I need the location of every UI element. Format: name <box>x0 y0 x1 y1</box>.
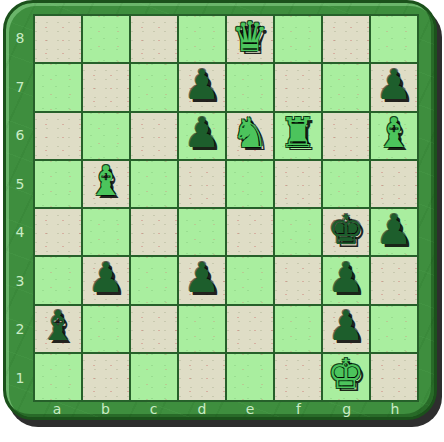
piece-black-pawn[interactable]: ♟ <box>376 210 413 251</box>
square-d6[interactable]: ♟ <box>179 113 225 159</box>
square-d7[interactable]: ♟ <box>179 64 225 110</box>
square-a3[interactable] <box>35 257 81 303</box>
square-b5[interactable]: ♝ <box>83 161 129 207</box>
square-a7[interactable] <box>35 64 81 110</box>
square-d2[interactable] <box>179 306 225 352</box>
square-a4[interactable] <box>35 209 81 255</box>
square-f3[interactable] <box>275 257 321 303</box>
square-e8[interactable]: ♛ <box>227 16 273 62</box>
square-g4[interactable]: ♚ <box>323 209 369 255</box>
square-e3[interactable] <box>227 257 273 303</box>
piece-black-king[interactable]: ♚ <box>328 210 365 251</box>
square-b6[interactable] <box>83 113 129 159</box>
square-g6[interactable] <box>323 113 369 159</box>
square-a6[interactable] <box>35 113 81 159</box>
file-label-f: f <box>274 400 322 418</box>
chessboard-app: 87654321 ♛♟♟♟♞♜♝♝♚♟♟♟♟♝♟♚ abcdefgh <box>0 0 444 442</box>
file-labels: abcdefgh <box>33 400 419 418</box>
square-e7[interactable] <box>227 64 273 110</box>
square-c2[interactable] <box>131 306 177 352</box>
square-f5[interactable] <box>275 161 321 207</box>
file-label-d: d <box>178 400 226 418</box>
square-e1[interactable] <box>227 354 273 400</box>
rank-label-1: 1 <box>8 354 32 403</box>
square-e2[interactable] <box>227 306 273 352</box>
rank-labels: 87654321 <box>8 14 32 402</box>
square-c6[interactable] <box>131 113 177 159</box>
chess-board: ♛♟♟♟♞♜♝♝♚♟♟♟♟♝♟♚ <box>33 14 419 402</box>
square-c7[interactable] <box>131 64 177 110</box>
file-label-c: c <box>130 400 178 418</box>
piece-black-pawn[interactable]: ♟ <box>184 113 221 154</box>
piece-white-knight[interactable]: ♞ <box>232 113 269 154</box>
square-b8[interactable] <box>83 16 129 62</box>
square-d8[interactable] <box>179 16 225 62</box>
file-label-g: g <box>323 400 371 418</box>
rank-label-8: 8 <box>8 14 32 63</box>
square-f8[interactable] <box>275 16 321 62</box>
piece-white-bishop[interactable]: ♝ <box>88 161 125 202</box>
square-d5[interactable] <box>179 161 225 207</box>
square-f1[interactable] <box>275 354 321 400</box>
square-h2[interactable] <box>371 306 417 352</box>
file-label-e: e <box>226 400 274 418</box>
piece-white-bishop[interactable]: ♝ <box>376 113 413 154</box>
rank-label-5: 5 <box>8 160 32 209</box>
square-c3[interactable] <box>131 257 177 303</box>
square-g5[interactable] <box>323 161 369 207</box>
square-d3[interactable]: ♟ <box>179 257 225 303</box>
square-e4[interactable] <box>227 209 273 255</box>
square-g8[interactable] <box>323 16 369 62</box>
piece-black-bishop[interactable]: ♝ <box>40 306 77 347</box>
square-g3[interactable]: ♟ <box>323 257 369 303</box>
square-h6[interactable]: ♝ <box>371 113 417 159</box>
square-h8[interactable] <box>371 16 417 62</box>
square-c1[interactable] <box>131 354 177 400</box>
square-f4[interactable] <box>275 209 321 255</box>
square-g2[interactable]: ♟ <box>323 306 369 352</box>
square-b4[interactable] <box>83 209 129 255</box>
square-c5[interactable] <box>131 161 177 207</box>
square-g7[interactable] <box>323 64 369 110</box>
rank-label-7: 7 <box>8 63 32 112</box>
piece-black-pawn[interactable]: ♟ <box>328 258 365 299</box>
square-f2[interactable] <box>275 306 321 352</box>
square-c8[interactable] <box>131 16 177 62</box>
file-label-h: h <box>371 400 419 418</box>
square-g1[interactable]: ♚ <box>323 354 369 400</box>
square-d4[interactable] <box>179 209 225 255</box>
square-a5[interactable] <box>35 161 81 207</box>
file-label-b: b <box>81 400 129 418</box>
piece-black-pawn[interactable]: ♟ <box>184 258 221 299</box>
square-e5[interactable] <box>227 161 273 207</box>
square-c4[interactable] <box>131 209 177 255</box>
square-b1[interactable] <box>83 354 129 400</box>
piece-white-king[interactable]: ♚ <box>328 354 365 395</box>
rank-label-3: 3 <box>8 257 32 306</box>
square-a2[interactable]: ♝ <box>35 306 81 352</box>
piece-black-pawn[interactable]: ♟ <box>184 65 221 106</box>
square-b2[interactable] <box>83 306 129 352</box>
square-h4[interactable]: ♟ <box>371 209 417 255</box>
file-label-a: a <box>33 400 81 418</box>
square-f6[interactable]: ♜ <box>275 113 321 159</box>
rank-label-4: 4 <box>8 208 32 257</box>
square-h3[interactable] <box>371 257 417 303</box>
piece-black-pawn[interactable]: ♟ <box>88 258 125 299</box>
piece-black-pawn[interactable]: ♟ <box>376 65 413 106</box>
rank-label-2: 2 <box>8 305 32 354</box>
square-h1[interactable] <box>371 354 417 400</box>
square-h7[interactable]: ♟ <box>371 64 417 110</box>
square-h5[interactable] <box>371 161 417 207</box>
square-d1[interactable] <box>179 354 225 400</box>
square-f7[interactable] <box>275 64 321 110</box>
square-e6[interactable]: ♞ <box>227 113 273 159</box>
piece-white-rook[interactable]: ♜ <box>280 113 317 154</box>
square-a1[interactable] <box>35 354 81 400</box>
piece-black-pawn[interactable]: ♟ <box>328 306 365 347</box>
piece-white-queen[interactable]: ♛ <box>232 17 269 58</box>
square-b3[interactable]: ♟ <box>83 257 129 303</box>
rank-label-6: 6 <box>8 111 32 160</box>
square-a8[interactable] <box>35 16 81 62</box>
square-b7[interactable] <box>83 64 129 110</box>
